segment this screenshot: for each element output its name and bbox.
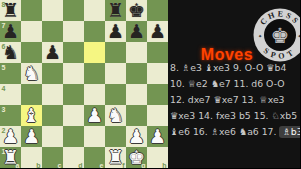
rank-label-3: 3	[2, 106, 6, 113]
square-a1[interactable]: 1a♜	[0, 147, 21, 168]
move-line-3[interactable]: 12. dxe7 ♛xe7 13. ♕xe3	[170, 92, 299, 108]
chess-king-icon: ♚	[271, 24, 290, 48]
square-h2[interactable]: ♟	[147, 126, 168, 147]
square-d1[interactable]: d	[63, 147, 84, 168]
square-e5[interactable]	[84, 63, 105, 84]
square-f4[interactable]	[105, 84, 126, 105]
square-d6[interactable]	[63, 42, 84, 63]
square-b8[interactable]	[21, 0, 42, 21]
piece-white-bishop-b3[interactable]: ♝	[21, 105, 42, 126]
move-line-5[interactable]: ♝e6 16. ♗xe6 ♞a6 17. ♗b3	[170, 124, 299, 140]
square-d7[interactable]	[63, 21, 84, 42]
moves-list: 8. ♗e3 ♝xe3 9. O-O ♛b4 10. ♕e2 ♞e7 11. d…	[170, 60, 299, 140]
piece-black-pawn-c6[interactable]: ♟	[42, 42, 63, 63]
square-f2[interactable]	[105, 126, 126, 147]
square-e7[interactable]	[84, 21, 105, 42]
logo-star-left: ✦	[258, 33, 262, 39]
square-d2[interactable]	[63, 126, 84, 147]
square-h8[interactable]	[147, 0, 168, 21]
square-c4[interactable]	[42, 84, 63, 105]
square-a2[interactable]: 2♟	[0, 126, 21, 147]
file-label-e: e	[100, 162, 104, 169]
square-c8[interactable]	[42, 0, 63, 21]
square-b3[interactable]: ♝	[21, 105, 42, 126]
square-h4[interactable]	[147, 84, 168, 105]
rank-label-5: 5	[2, 64, 6, 71]
square-b6[interactable]	[21, 42, 42, 63]
square-d8[interactable]	[63, 0, 84, 21]
move-line-1[interactable]: 8. ♗e3 ♝xe3 9. O-O ♛b4	[170, 60, 299, 76]
piece-black-knight-a6[interactable]: ♞	[0, 42, 21, 63]
square-h5[interactable]	[147, 63, 168, 84]
piece-white-pawn-a2[interactable]: ♟	[0, 126, 21, 147]
piece-black-pawn-f7[interactable]: ♟	[105, 21, 126, 42]
square-g4[interactable]	[126, 84, 147, 105]
logo-star-right: ✦	[298, 33, 301, 39]
file-label-h: h	[162, 162, 166, 169]
file-label-d: d	[78, 162, 82, 169]
square-c2[interactable]	[42, 126, 63, 147]
square-e6[interactable]	[84, 42, 105, 63]
square-f6[interactable]	[105, 42, 126, 63]
current-move-pill[interactable]: ♗b3	[279, 126, 300, 138]
square-f3[interactable]: ♞	[105, 105, 126, 126]
move-line-5-text: ♝e6 16. ♗xe6 ♞a6 17.	[170, 126, 277, 137]
moves-panel: CHESS SPOT ✦ ✦ ♚ Moves 8. ♗e3 ♝xe3 9. O-…	[168, 0, 300, 168]
square-b2[interactable]: ♟	[21, 126, 42, 147]
square-e4[interactable]	[84, 84, 105, 105]
square-a7[interactable]: 7♟	[0, 21, 21, 42]
piece-white-pawn-g2[interactable]: ♟	[126, 126, 147, 147]
square-e1[interactable]: e	[84, 147, 105, 168]
square-c6[interactable]: ♟	[42, 42, 63, 63]
square-f5[interactable]	[105, 63, 126, 84]
square-g6[interactable]	[126, 42, 147, 63]
square-f8[interactable]: ♜	[105, 0, 126, 21]
file-label-b: b	[36, 162, 40, 169]
chess-board: 8♜♜♚7♟♟♟♟6♞♟5♞43♝♟♞2♟♟♟♟1a♜bcdef♜g♚h	[0, 0, 168, 168]
piece-white-rook-a1[interactable]: ♜	[0, 147, 21, 168]
square-g1[interactable]: g♚	[126, 147, 147, 168]
square-h6[interactable]	[147, 42, 168, 63]
square-f7[interactable]: ♟	[105, 21, 126, 42]
piece-white-pawn-h2[interactable]: ♟	[147, 126, 168, 147]
square-e2[interactable]	[84, 126, 105, 147]
square-c7[interactable]	[42, 21, 63, 42]
square-d5[interactable]	[63, 63, 84, 84]
rank-label-4: 4	[2, 85, 6, 92]
square-a3[interactable]: 3	[0, 105, 21, 126]
piece-white-knight-f3[interactable]: ♞	[105, 105, 126, 126]
piece-black-pawn-g7[interactable]: ♟	[126, 21, 147, 42]
square-c1[interactable]: c	[42, 147, 63, 168]
square-g5[interactable]	[126, 63, 147, 84]
square-d4[interactable]	[63, 84, 84, 105]
square-e3[interactable]: ♟	[84, 105, 105, 126]
piece-white-king-g1[interactable]: ♚	[126, 147, 147, 168]
chess-app-screenshot: 8♜♜♚7♟♟♟♟6♞♟5♞43♝♟♞2♟♟♟♟1a♜bcdef♜g♚h CHE…	[0, 0, 300, 168]
square-b7[interactable]	[21, 21, 42, 42]
square-h7[interactable]: ♟	[147, 21, 168, 42]
piece-black-pawn-a7[interactable]: ♟	[0, 21, 21, 42]
square-g8[interactable]: ♚	[126, 0, 147, 21]
square-e8[interactable]	[84, 0, 105, 21]
piece-white-knight-b5[interactable]: ♞	[21, 63, 42, 84]
square-b5[interactable]: ♞	[21, 63, 42, 84]
square-a6[interactable]: 6♞	[0, 42, 21, 63]
piece-black-pawn-h7[interactable]: ♟	[147, 21, 168, 42]
square-g2[interactable]: ♟	[126, 126, 147, 147]
square-c5[interactable]	[42, 63, 63, 84]
square-a8[interactable]: 8♜	[0, 0, 21, 21]
square-a4[interactable]: 4	[0, 84, 21, 105]
file-label-c: c	[58, 162, 62, 169]
square-d3[interactable]	[63, 105, 84, 126]
square-c3[interactable]	[42, 105, 63, 126]
square-a5[interactable]: 5	[0, 63, 21, 84]
move-line-2[interactable]: 10. ♕e2 ♞e7 11. d6 O-O	[170, 76, 299, 92]
piece-white-pawn-b2[interactable]: ♟	[21, 126, 42, 147]
piece-black-king-g8[interactable]: ♚	[126, 0, 147, 21]
square-h3[interactable]	[147, 105, 168, 126]
square-b1[interactable]: b	[21, 147, 42, 168]
square-g7[interactable]: ♟	[126, 21, 147, 42]
piece-black-rook-a8[interactable]: ♜	[0, 0, 21, 21]
piece-black-rook-f8[interactable]: ♜	[105, 0, 126, 21]
piece-white-pawn-e3[interactable]: ♟	[84, 105, 105, 126]
square-h1[interactable]: h	[147, 147, 168, 168]
piece-white-rook-f1[interactable]: ♜	[105, 147, 126, 168]
square-b4[interactable]	[21, 84, 42, 105]
move-line-4[interactable]: ♛xe3 14. fxe3 b5 15. ♘xb5	[170, 108, 299, 124]
square-g3[interactable]	[126, 105, 147, 126]
square-f1[interactable]: f♜	[105, 147, 126, 168]
